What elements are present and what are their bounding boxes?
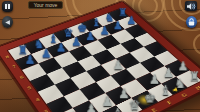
blue-pawn[interactable]: ♟ [53,42,70,55]
pause-icon [5,4,7,9]
rank-label-4: 4 [32,96,43,103]
rank-label-7: 7 [9,63,19,69]
status-text: Your move [34,2,58,8]
lock-button[interactable] [186,16,197,28]
rank-label-8: 8 [2,54,12,60]
blue-pawn[interactable]: ♟ [68,36,85,48]
chess-board: ♜♞♝♛♚♝♞♜♟♟♟♟♟♟♟♟♟♟♟♟♟♟♟♟♜♞♝♛♚♝♞♜ ABCDEFG… [0,1,200,112]
chess-app-screen: ♜♞♝♛♚♝♞♜♟♟♟♟♟♟♟♟♟♟♟♟♟♟♟♟♜♞♝♛♚♝♞♜ ABCDEFG… [0,0,200,112]
status-bar: Your move [28,1,63,9]
board-scene: ♜♞♝♛♚♝♞♜♟♟♟♟♟♟♟♟♟♟♟♟♟♟♟♟♜♞♝♛♚♝♞♜ ABCDEFG… [0,0,200,112]
silver-pawn[interactable]: ♟ [63,110,83,112]
back-arrow-icon: ◀ [5,19,10,25]
back-button[interactable]: ◀ [2,16,13,28]
board-grid: ♜♞♝♛♚♝♞♜♟♟♟♟♟♟♟♟♟♟♟♟♟♟♟♟♜♞♝♛♚♝♞♜ [8,9,200,112]
lock-icon [188,18,195,26]
pause-icon [8,4,10,9]
blue-pawn[interactable]: ♟ [37,48,54,61]
silver-pawn[interactable]: ♟ [109,59,127,72]
rank-label-5: 5 [24,84,34,91]
silver-bishop[interactable]: ♝ [108,107,128,112]
blue-pawn[interactable]: ♟ [21,54,39,67]
pause-button[interactable] [2,1,13,12]
volume-button[interactable] [185,1,197,11]
speaker-icon [187,3,196,10]
